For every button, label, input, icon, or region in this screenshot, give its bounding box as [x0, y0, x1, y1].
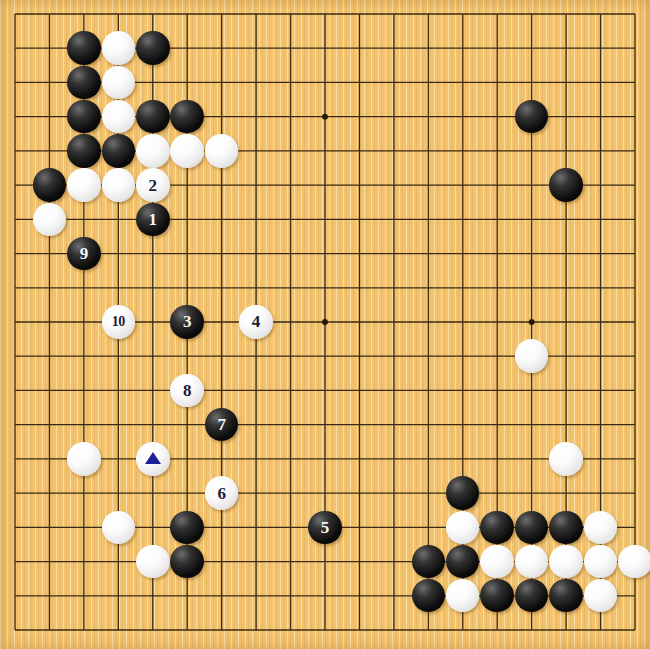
intersection-M16[interactable] [377, 100, 411, 134]
intersection-T14[interactable] [618, 168, 650, 202]
white-stone[interactable] [515, 545, 549, 579]
intersection-M17[interactable] [377, 65, 411, 99]
white-stone[interactable] [102, 100, 136, 134]
intersection-N10[interactable] [411, 305, 445, 339]
intersection-K17[interactable] [308, 65, 342, 99]
intersection-K7[interactable] [308, 408, 342, 442]
intersection-B9[interactable] [32, 339, 66, 373]
intersection-P11[interactable] [480, 271, 514, 305]
intersection-H18[interactable] [239, 31, 273, 65]
intersection-T19[interactable] [618, 0, 650, 31]
intersection-N5[interactable] [411, 476, 445, 510]
intersection-C11[interactable] [67, 271, 101, 305]
intersection-S11[interactable] [583, 271, 617, 305]
intersection-N19[interactable] [411, 0, 445, 31]
intersection-N7[interactable] [411, 408, 445, 442]
black-stone[interactable] [136, 31, 170, 65]
intersection-H8[interactable] [239, 373, 273, 407]
white-stone[interactable]: 8 [170, 374, 204, 408]
intersection-E3[interactable] [136, 544, 170, 578]
black-stone[interactable] [446, 476, 480, 510]
intersection-N8[interactable] [411, 373, 445, 407]
intersection-M2[interactable] [377, 579, 411, 613]
intersection-N13[interactable] [411, 202, 445, 236]
intersection-K2[interactable] [308, 579, 342, 613]
intersection-F2[interactable] [170, 579, 204, 613]
intersection-K16[interactable] [308, 100, 342, 134]
intersection-G3[interactable] [204, 544, 238, 578]
intersection-K6[interactable] [308, 442, 342, 476]
intersection-G13[interactable] [204, 202, 238, 236]
intersection-J17[interactable] [273, 65, 307, 99]
intersection-J15[interactable] [273, 134, 307, 168]
intersection-H12[interactable] [239, 236, 273, 270]
intersection-G10[interactable] [204, 305, 238, 339]
intersection-M12[interactable] [377, 236, 411, 270]
intersection-A14[interactable] [0, 168, 32, 202]
intersection-C2[interactable] [67, 579, 101, 613]
intersection-T8[interactable] [618, 373, 650, 407]
intersection-D5[interactable] [101, 476, 135, 510]
intersection-G6[interactable] [204, 442, 238, 476]
intersection-B19[interactable] [32, 0, 66, 31]
intersection-J4[interactable] [273, 510, 307, 544]
intersection-C16[interactable] [67, 100, 101, 134]
intersection-N18[interactable] [411, 31, 445, 65]
intersection-E4[interactable] [136, 510, 170, 544]
intersection-G15[interactable] [204, 134, 238, 168]
black-stone[interactable]: 7 [205, 408, 239, 442]
intersection-C13[interactable] [67, 202, 101, 236]
black-stone[interactable] [170, 511, 204, 545]
intersection-Q9[interactable] [514, 339, 548, 373]
intersection-Q8[interactable] [514, 373, 548, 407]
intersection-J18[interactable] [273, 31, 307, 65]
intersection-R19[interactable] [549, 0, 583, 31]
intersection-N2[interactable] [411, 579, 445, 613]
intersection-J10[interactable] [273, 305, 307, 339]
intersection-S2[interactable] [583, 579, 617, 613]
intersection-P5[interactable] [480, 476, 514, 510]
intersection-P4[interactable] [480, 510, 514, 544]
intersection-D8[interactable] [101, 373, 135, 407]
intersection-M8[interactable] [377, 373, 411, 407]
intersection-C19[interactable] [67, 0, 101, 31]
intersection-J2[interactable] [273, 579, 307, 613]
intersection-T5[interactable] [618, 476, 650, 510]
intersection-R8[interactable] [549, 373, 583, 407]
white-stone[interactable] [584, 579, 618, 613]
intersection-A5[interactable] [0, 476, 32, 510]
intersection-H10[interactable]: 4 [239, 305, 273, 339]
intersection-R3[interactable] [549, 544, 583, 578]
intersection-M10[interactable] [377, 305, 411, 339]
intersection-T16[interactable] [618, 100, 650, 134]
intersection-N14[interactable] [411, 168, 445, 202]
intersection-A7[interactable] [0, 408, 32, 442]
intersection-F4[interactable] [170, 510, 204, 544]
intersection-S16[interactable] [583, 100, 617, 134]
intersection-F12[interactable] [170, 236, 204, 270]
white-stone[interactable] [67, 168, 101, 202]
intersection-H4[interactable] [239, 510, 273, 544]
intersection-S15[interactable] [583, 134, 617, 168]
white-stone[interactable]: 10 [102, 305, 136, 339]
black-stone[interactable] [33, 168, 67, 202]
intersection-P8[interactable] [480, 373, 514, 407]
white-stone[interactable] [102, 511, 136, 545]
intersection-S14[interactable] [583, 168, 617, 202]
intersection-O8[interactable] [445, 373, 479, 407]
black-stone[interactable] [67, 134, 101, 168]
intersection-C1[interactable] [67, 613, 101, 647]
black-stone[interactable] [412, 545, 446, 579]
intersection-S9[interactable] [583, 339, 617, 373]
intersection-P3[interactable] [480, 544, 514, 578]
intersection-G4[interactable] [204, 510, 238, 544]
intersection-M1[interactable] [377, 613, 411, 647]
intersection-M15[interactable] [377, 134, 411, 168]
intersection-T13[interactable] [618, 202, 650, 236]
intersection-G2[interactable] [204, 579, 238, 613]
intersection-P18[interactable] [480, 31, 514, 65]
black-stone[interactable] [515, 579, 549, 613]
intersection-C15[interactable] [67, 134, 101, 168]
intersection-G19[interactable] [204, 0, 238, 31]
intersection-F16[interactable] [170, 100, 204, 134]
intersection-D17[interactable] [101, 65, 135, 99]
intersection-J1[interactable] [273, 613, 307, 647]
intersection-N11[interactable] [411, 271, 445, 305]
intersection-G12[interactable] [204, 236, 238, 270]
intersection-B7[interactable] [32, 408, 66, 442]
intersection-Q3[interactable] [514, 544, 548, 578]
intersection-O16[interactable] [445, 100, 479, 134]
intersection-Q16[interactable] [514, 100, 548, 134]
intersection-O11[interactable] [445, 271, 479, 305]
intersection-T17[interactable] [618, 65, 650, 99]
white-stone[interactable] [67, 442, 101, 476]
intersection-L14[interactable] [342, 168, 376, 202]
intersection-A18[interactable] [0, 31, 32, 65]
intersection-T4[interactable] [618, 510, 650, 544]
intersection-Q11[interactable] [514, 271, 548, 305]
intersection-T11[interactable] [618, 271, 650, 305]
intersection-A8[interactable] [0, 373, 32, 407]
intersection-T10[interactable] [618, 305, 650, 339]
intersection-C4[interactable] [67, 510, 101, 544]
white-stone[interactable] [618, 545, 650, 579]
intersection-Q4[interactable] [514, 510, 548, 544]
intersection-D9[interactable] [101, 339, 135, 373]
intersection-H2[interactable] [239, 579, 273, 613]
intersection-O12[interactable] [445, 236, 479, 270]
intersection-O2[interactable] [445, 579, 479, 613]
black-stone[interactable]: 3 [170, 305, 204, 339]
intersection-H14[interactable] [239, 168, 273, 202]
intersection-C14[interactable] [67, 168, 101, 202]
intersection-D15[interactable] [101, 134, 135, 168]
intersection-S17[interactable] [583, 65, 617, 99]
intersection-P7[interactable] [480, 408, 514, 442]
intersection-R10[interactable] [549, 305, 583, 339]
intersection-S19[interactable] [583, 0, 617, 31]
intersection-D4[interactable] [101, 510, 135, 544]
intersection-Q10[interactable] [514, 305, 548, 339]
white-stone[interactable] [136, 442, 170, 476]
intersection-D19[interactable] [101, 0, 135, 31]
white-stone[interactable] [446, 511, 480, 545]
intersection-A6[interactable] [0, 442, 32, 476]
intersection-O19[interactable] [445, 0, 479, 31]
intersection-A15[interactable] [0, 134, 32, 168]
intersection-S12[interactable] [583, 236, 617, 270]
intersection-Q5[interactable] [514, 476, 548, 510]
intersection-A13[interactable] [0, 202, 32, 236]
white-stone[interactable] [136, 545, 170, 579]
black-stone[interactable] [102, 134, 136, 168]
intersection-Q12[interactable] [514, 236, 548, 270]
intersection-D10[interactable]: 10 [101, 305, 135, 339]
intersection-F13[interactable] [170, 202, 204, 236]
intersection-L6[interactable] [342, 442, 376, 476]
intersection-K12[interactable] [308, 236, 342, 270]
intersection-B8[interactable] [32, 373, 66, 407]
intersection-F19[interactable] [170, 0, 204, 31]
intersection-E6[interactable] [136, 442, 170, 476]
intersection-B6[interactable] [32, 442, 66, 476]
intersection-K8[interactable] [308, 373, 342, 407]
intersection-L11[interactable] [342, 271, 376, 305]
intersection-P19[interactable] [480, 0, 514, 31]
intersection-Q17[interactable] [514, 65, 548, 99]
intersection-K4[interactable]: 5 [308, 510, 342, 544]
intersection-B10[interactable] [32, 305, 66, 339]
intersection-N9[interactable] [411, 339, 445, 373]
intersection-T2[interactable] [618, 579, 650, 613]
intersection-P13[interactable] [480, 202, 514, 236]
intersection-L1[interactable] [342, 613, 376, 647]
intersection-E1[interactable] [136, 613, 170, 647]
intersection-L15[interactable] [342, 134, 376, 168]
intersection-F7[interactable] [170, 408, 204, 442]
intersection-T18[interactable] [618, 31, 650, 65]
intersection-E17[interactable] [136, 65, 170, 99]
intersection-C10[interactable] [67, 305, 101, 339]
white-stone[interactable] [584, 545, 618, 579]
intersection-G8[interactable] [204, 373, 238, 407]
intersection-M13[interactable] [377, 202, 411, 236]
white-stone[interactable] [102, 168, 136, 202]
intersection-Q7[interactable] [514, 408, 548, 442]
intersection-T6[interactable] [618, 442, 650, 476]
intersection-D18[interactable] [101, 31, 135, 65]
intersection-H3[interactable] [239, 544, 273, 578]
intersection-B16[interactable] [32, 100, 66, 134]
intersection-E14[interactable]: 2 [136, 168, 170, 202]
white-stone[interactable] [205, 134, 239, 168]
intersection-S7[interactable] [583, 408, 617, 442]
intersection-F1[interactable] [170, 613, 204, 647]
intersection-A9[interactable] [0, 339, 32, 373]
intersection-N4[interactable] [411, 510, 445, 544]
intersection-R13[interactable] [549, 202, 583, 236]
intersection-K11[interactable] [308, 271, 342, 305]
intersection-J11[interactable] [273, 271, 307, 305]
intersection-N12[interactable] [411, 236, 445, 270]
intersection-E9[interactable] [136, 339, 170, 373]
intersection-G16[interactable] [204, 100, 238, 134]
intersection-O6[interactable] [445, 442, 479, 476]
intersection-K1[interactable] [308, 613, 342, 647]
intersection-F3[interactable] [170, 544, 204, 578]
intersection-Q13[interactable] [514, 202, 548, 236]
intersection-K19[interactable] [308, 0, 342, 31]
white-stone[interactable] [170, 134, 204, 168]
intersection-G17[interactable] [204, 65, 238, 99]
intersection-H6[interactable] [239, 442, 273, 476]
intersection-D6[interactable] [101, 442, 135, 476]
intersection-F17[interactable] [170, 65, 204, 99]
intersection-E2[interactable] [136, 579, 170, 613]
intersection-M18[interactable] [377, 31, 411, 65]
intersection-S5[interactable] [583, 476, 617, 510]
intersection-A4[interactable] [0, 510, 32, 544]
intersection-K3[interactable] [308, 544, 342, 578]
intersection-N3[interactable] [411, 544, 445, 578]
intersection-S6[interactable] [583, 442, 617, 476]
intersection-L16[interactable] [342, 100, 376, 134]
intersection-P10[interactable] [480, 305, 514, 339]
intersection-P2[interactable] [480, 579, 514, 613]
intersection-P14[interactable] [480, 168, 514, 202]
intersection-O3[interactable] [445, 544, 479, 578]
intersection-K14[interactable] [308, 168, 342, 202]
intersection-E12[interactable] [136, 236, 170, 270]
white-stone[interactable] [549, 442, 583, 476]
intersection-B15[interactable] [32, 134, 66, 168]
intersection-P12[interactable] [480, 236, 514, 270]
black-stone[interactable]: 1 [136, 203, 170, 237]
intersection-S1[interactable] [583, 613, 617, 647]
intersection-R11[interactable] [549, 271, 583, 305]
intersection-O5[interactable] [445, 476, 479, 510]
intersection-T9[interactable] [618, 339, 650, 373]
intersection-E5[interactable] [136, 476, 170, 510]
intersection-M7[interactable] [377, 408, 411, 442]
white-stone[interactable] [515, 339, 549, 373]
intersection-Q18[interactable] [514, 31, 548, 65]
intersection-O15[interactable] [445, 134, 479, 168]
intersection-Q2[interactable] [514, 579, 548, 613]
intersection-H13[interactable] [239, 202, 273, 236]
intersection-L18[interactable] [342, 31, 376, 65]
intersection-S18[interactable] [583, 31, 617, 65]
intersection-J7[interactable] [273, 408, 307, 442]
intersection-P6[interactable] [480, 442, 514, 476]
black-stone[interactable] [446, 545, 480, 579]
intersection-M19[interactable] [377, 0, 411, 31]
black-stone[interactable] [480, 579, 514, 613]
black-stone[interactable]: 9 [67, 237, 101, 271]
intersection-C17[interactable] [67, 65, 101, 99]
intersection-F6[interactable] [170, 442, 204, 476]
intersection-F18[interactable] [170, 31, 204, 65]
intersection-S10[interactable] [583, 305, 617, 339]
intersection-N17[interactable] [411, 65, 445, 99]
intersection-R7[interactable] [549, 408, 583, 442]
white-stone[interactable] [102, 31, 136, 65]
intersection-H19[interactable] [239, 0, 273, 31]
intersection-L19[interactable] [342, 0, 376, 31]
intersection-B13[interactable] [32, 202, 66, 236]
black-stone[interactable] [480, 511, 514, 545]
intersection-D14[interactable] [101, 168, 135, 202]
intersection-C5[interactable] [67, 476, 101, 510]
intersection-M14[interactable] [377, 168, 411, 202]
intersection-B18[interactable] [32, 31, 66, 65]
intersection-L3[interactable] [342, 544, 376, 578]
intersection-S8[interactable] [583, 373, 617, 407]
black-stone[interactable] [136, 100, 170, 134]
intersection-O1[interactable] [445, 613, 479, 647]
intersection-P9[interactable] [480, 339, 514, 373]
intersection-F5[interactable] [170, 476, 204, 510]
white-stone[interactable]: 2 [136, 168, 170, 202]
intersection-E8[interactable] [136, 373, 170, 407]
intersection-H16[interactable] [239, 100, 273, 134]
intersection-O18[interactable] [445, 31, 479, 65]
intersection-K10[interactable] [308, 305, 342, 339]
intersection-A11[interactable] [0, 271, 32, 305]
intersection-B17[interactable] [32, 65, 66, 99]
intersection-C6[interactable] [67, 442, 101, 476]
intersection-T15[interactable] [618, 134, 650, 168]
intersection-C9[interactable] [67, 339, 101, 373]
intersection-O4[interactable] [445, 510, 479, 544]
intersection-R5[interactable] [549, 476, 583, 510]
intersection-N6[interactable] [411, 442, 445, 476]
intersection-N15[interactable] [411, 134, 445, 168]
intersection-G9[interactable] [204, 339, 238, 373]
intersection-J12[interactable] [273, 236, 307, 270]
white-stone[interactable] [102, 66, 136, 100]
intersection-R15[interactable] [549, 134, 583, 168]
intersection-O17[interactable] [445, 65, 479, 99]
intersection-D12[interactable] [101, 236, 135, 270]
black-stone[interactable] [515, 100, 549, 134]
intersection-M4[interactable] [377, 510, 411, 544]
intersection-S4[interactable] [583, 510, 617, 544]
intersection-E13[interactable]: 1 [136, 202, 170, 236]
intersection-F11[interactable] [170, 271, 204, 305]
intersection-H1[interactable] [239, 613, 273, 647]
intersection-E15[interactable] [136, 134, 170, 168]
intersection-D11[interactable] [101, 271, 135, 305]
intersection-C3[interactable] [67, 544, 101, 578]
intersection-P17[interactable] [480, 65, 514, 99]
intersection-Q19[interactable] [514, 0, 548, 31]
intersection-E11[interactable] [136, 271, 170, 305]
intersection-A10[interactable] [0, 305, 32, 339]
intersection-B4[interactable] [32, 510, 66, 544]
intersection-R1[interactable] [549, 613, 583, 647]
intersection-B1[interactable] [32, 613, 66, 647]
intersection-J6[interactable] [273, 442, 307, 476]
intersection-H5[interactable] [239, 476, 273, 510]
white-stone[interactable]: 4 [239, 305, 273, 339]
intersection-R14[interactable] [549, 168, 583, 202]
